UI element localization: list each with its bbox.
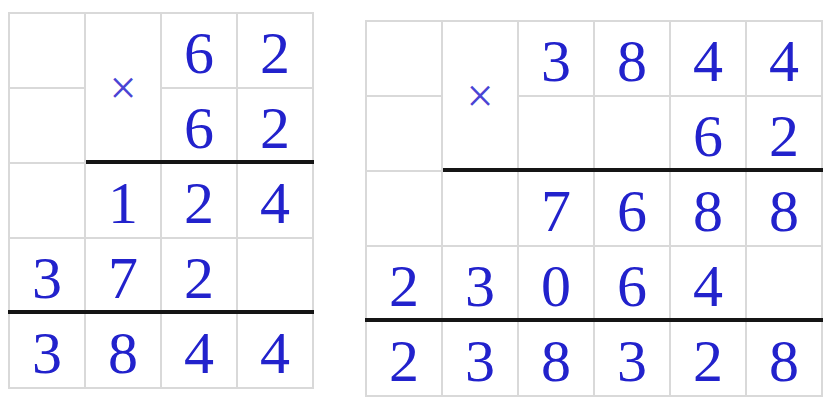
- digit-cell: 3: [443, 247, 517, 320]
- digit-cell: 6: [162, 14, 236, 87]
- digit-cell: 4: [162, 314, 236, 387]
- empty-cell: [595, 97, 669, 170]
- right-partial-product-line: [443, 168, 823, 172]
- digit-cell: 3: [519, 22, 593, 95]
- digit-cell: 2: [367, 322, 441, 395]
- digit-cell: 1: [86, 164, 160, 237]
- right-total-line: [365, 318, 823, 322]
- digit-cell: 6: [595, 172, 669, 245]
- empty-cell: [367, 97, 441, 170]
- digit-cell: 2: [671, 322, 745, 395]
- left-partial-product-line: [86, 160, 314, 164]
- empty-cell: [443, 172, 517, 245]
- digit-cell: 4: [747, 22, 821, 95]
- empty-cell: [367, 172, 441, 245]
- multiply-sign: ×: [86, 14, 160, 162]
- digit-cell: 8: [86, 314, 160, 387]
- digit-cell: 4: [238, 314, 312, 387]
- digit-cell: 0: [519, 247, 593, 320]
- empty-cell: [10, 164, 84, 237]
- digit-cell: 3: [10, 239, 84, 312]
- digit-cell: 8: [747, 322, 821, 395]
- empty-cell: [367, 22, 441, 95]
- empty-cell: [747, 247, 821, 320]
- digit-cell: 3: [443, 322, 517, 395]
- digit-cell: 6: [162, 89, 236, 162]
- digit-cell: 7: [86, 239, 160, 312]
- digit-cell: 3: [595, 322, 669, 395]
- digit-cell: 2: [747, 97, 821, 170]
- digit-cell: 8: [671, 172, 745, 245]
- multiply-sign: ×: [443, 22, 517, 170]
- digit-cell: 2: [238, 89, 312, 162]
- digit-cell: 2: [367, 247, 441, 320]
- empty-cell: [519, 97, 593, 170]
- multiplication-worksheet: ×62621243723844 ×384462768823064238328: [0, 0, 836, 405]
- digit-cell: 6: [595, 247, 669, 320]
- digit-cell: 2: [162, 239, 236, 312]
- digit-cell: 2: [238, 14, 312, 87]
- digit-cell: 4: [238, 164, 312, 237]
- empty-cell: [10, 89, 84, 162]
- multiplication-grid-62x62: ×62621243723844: [8, 12, 314, 389]
- digit-cell: 4: [671, 247, 745, 320]
- digit-cell: 2: [162, 164, 236, 237]
- digit-cell: 8: [747, 172, 821, 245]
- digit-cell: 4: [671, 22, 745, 95]
- empty-cell: [238, 239, 312, 312]
- left-total-line: [8, 310, 314, 314]
- empty-cell: [10, 14, 84, 87]
- digit-cell: 7: [519, 172, 593, 245]
- digit-cell: 6: [671, 97, 745, 170]
- digit-cell: 3: [10, 314, 84, 387]
- digit-cell: 8: [519, 322, 593, 395]
- digit-cell: 8: [595, 22, 669, 95]
- multiplication-grid-3844x62: ×384462768823064238328: [365, 20, 823, 397]
